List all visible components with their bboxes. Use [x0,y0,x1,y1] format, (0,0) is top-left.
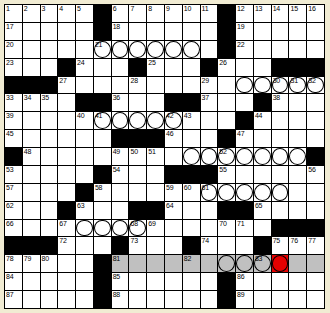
clue-number: 60 [184,184,191,192]
white-square[interactable] [272,112,289,129]
white-square[interactable]: 23 [5,59,22,76]
white-square[interactable]: 2 [23,5,40,22]
white-square[interactable] [289,166,306,183]
white-square[interactable] [129,166,146,183]
white-square[interactable] [272,130,289,147]
circled-square[interactable]: 32 [307,77,324,94]
white-square[interactable] [129,291,146,308]
circled-square[interactable] [236,77,253,94]
white-square[interactable] [94,59,111,76]
circle-marker [147,41,164,58]
white-square[interactable]: 44 [254,112,271,129]
white-square[interactable] [23,220,40,237]
white-square[interactable] [183,273,200,290]
white-square[interactable]: 48 [23,148,40,165]
white-square[interactable]: 26 [218,59,235,76]
white-square[interactable]: 59 [165,184,182,201]
white-square[interactable] [165,23,182,40]
clue-number: 18 [113,23,120,31]
black-square [147,130,164,147]
circled-square[interactable]: 68 [129,220,146,237]
white-square[interactable] [41,59,58,76]
white-square[interactable] [41,23,58,40]
circled-square[interactable] [112,220,129,237]
white-square[interactable] [58,23,75,40]
highlighted-square[interactable] [201,255,218,272]
clue-number: 64 [166,202,173,210]
white-square[interactable] [76,41,93,58]
white-square[interactable] [307,94,324,111]
white-square[interactable] [41,291,58,308]
white-square[interactable]: 19 [236,23,253,40]
white-square[interactable] [183,130,200,147]
highlighted-square[interactable]: 82 [183,255,200,272]
black-square [254,237,271,254]
clue-number: 27 [59,77,66,85]
white-square[interactable] [58,166,75,183]
white-square[interactable]: 56 [307,166,324,183]
white-square[interactable] [58,148,75,165]
circled-square[interactable]: 52 [218,148,235,165]
clue-number: 84 [6,273,13,281]
white-square[interactable] [58,41,75,58]
circled-square[interactable] [183,148,200,165]
highlighted-circled-square[interactable] [236,255,253,272]
white-square[interactable]: 27 [58,77,75,94]
black-square [58,202,75,219]
white-square[interactable] [307,23,324,40]
clue-number: 66 [6,220,13,228]
white-square[interactable]: 50 [129,148,146,165]
white-square[interactable] [76,237,93,254]
clue-number: 22 [237,41,244,49]
white-square[interactable] [218,77,235,94]
white-square[interactable] [41,220,58,237]
white-square[interactable] [236,59,253,76]
white-square[interactable] [236,94,253,111]
black-square [289,59,306,76]
highlighted-circled-square[interactable]: 83 [254,255,271,272]
circled-square[interactable] [289,148,306,165]
clue-number: 80 [42,255,49,263]
white-square[interactable]: 25 [147,59,164,76]
circled-square[interactable] [254,184,271,201]
white-square[interactable]: 38 [272,94,289,111]
white-square[interactable]: 15 [289,5,306,22]
white-square[interactable] [218,94,235,111]
white-square[interactable]: 47 [236,130,253,147]
white-square[interactable]: 84 [5,273,22,290]
white-square[interactable]: 72 [58,237,75,254]
highlighted-circled-square[interactable] [218,255,235,272]
white-square[interactable] [23,273,40,290]
white-square[interactable]: 46 [165,130,182,147]
white-square[interactable] [272,273,289,290]
white-square[interactable]: 33 [5,94,22,111]
white-square[interactable] [41,130,58,147]
white-square[interactable]: 5 [76,5,93,22]
highlighted-square[interactable] [165,255,182,272]
white-square[interactable] [254,23,271,40]
white-square[interactable]: 51 [147,148,164,165]
white-square[interactable]: 63 [76,202,93,219]
white-square[interactable] [254,273,271,290]
white-square[interactable] [76,291,93,308]
white-square[interactable]: 4 [58,5,75,22]
circle-marker [218,255,235,272]
white-square[interactable] [94,77,111,94]
white-square[interactable] [165,273,182,290]
black-square [307,59,324,76]
circle-marker [289,148,306,165]
white-square[interactable] [165,220,182,237]
circled-square[interactable]: 42 [165,112,182,129]
white-square[interactable] [23,184,40,201]
white-square[interactable] [289,94,306,111]
white-square[interactable] [23,23,40,40]
white-square[interactable]: 3 [41,5,58,22]
white-square[interactable]: 20 [5,41,22,58]
white-square[interactable] [165,291,182,308]
white-square[interactable] [254,291,271,308]
white-square[interactable] [254,166,271,183]
white-square[interactable] [41,166,58,183]
clue-number: 42 [166,112,173,120]
white-square[interactable]: 39 [5,112,22,129]
white-square[interactable] [23,112,40,129]
white-square[interactable] [201,41,218,58]
white-square[interactable]: 7 [129,5,146,22]
white-square[interactable] [236,166,253,183]
white-square[interactable] [289,112,306,129]
white-square[interactable]: 66 [5,220,22,237]
white-square[interactable]: 77 [307,237,324,254]
white-square[interactable] [58,130,75,147]
highlighted-square[interactable] [307,255,324,272]
white-square[interactable]: 45 [5,130,22,147]
white-square[interactable] [165,237,182,254]
white-square[interactable] [272,202,289,219]
white-square[interactable] [218,112,235,129]
white-square[interactable] [76,273,93,290]
white-square[interactable]: 70 [218,220,235,237]
white-square[interactable] [272,291,289,308]
circled-square[interactable] [76,220,93,237]
white-square[interactable] [183,77,200,94]
white-square[interactable] [41,148,58,165]
circled-square[interactable]: 30 [272,77,289,94]
black-square [58,59,75,76]
white-square[interactable] [147,23,164,40]
white-square[interactable]: 28 [129,77,146,94]
white-square[interactable] [58,112,75,129]
white-square[interactable]: 24 [76,59,93,76]
white-square[interactable]: 67 [58,220,75,237]
white-square[interactable]: 55 [218,166,235,183]
circled-square[interactable] [112,112,129,129]
circled-square[interactable] [129,112,146,129]
white-square[interactable]: 40 [76,112,93,129]
white-square[interactable]: 1 [5,5,22,22]
circled-square[interactable] [201,148,218,165]
circled-square[interactable] [236,184,253,201]
white-square[interactable] [254,130,271,147]
white-square[interactable]: 69 [147,220,164,237]
white-square[interactable] [183,220,200,237]
white-square[interactable]: 73 [129,237,146,254]
clue-number: 7 [130,5,134,13]
white-square[interactable]: 79 [23,255,40,272]
white-square[interactable] [129,184,146,201]
white-square[interactable] [289,291,306,308]
white-square[interactable] [23,166,40,183]
white-square[interactable] [23,130,40,147]
white-square[interactable] [23,41,40,58]
white-square[interactable] [147,77,164,94]
white-square[interactable]: 85 [112,273,129,290]
white-square[interactable]: 49 [112,148,129,165]
black-square [183,94,200,111]
white-square[interactable]: 43 [183,112,200,129]
white-square[interactable] [147,273,164,290]
circled-square[interactable]: 41 [94,112,111,129]
white-square[interactable] [254,41,271,58]
white-square[interactable] [289,130,306,147]
circled-square[interactable]: 31 [289,77,306,94]
white-square[interactable]: 13 [254,5,271,22]
white-square[interactable] [129,94,146,111]
white-square[interactable]: 75 [272,237,289,254]
white-square[interactable] [289,273,306,290]
white-square[interactable] [41,41,58,58]
white-square[interactable]: 16 [307,5,324,22]
white-square[interactable] [147,184,164,201]
white-square[interactable] [307,273,324,290]
white-square[interactable] [58,184,75,201]
white-square[interactable] [147,237,164,254]
white-square[interactable] [289,202,306,219]
highlighted-square[interactable]: 81 [112,255,129,272]
white-square[interactable]: 37 [201,94,218,111]
white-square[interactable] [23,59,40,76]
white-square[interactable]: 11 [201,5,218,22]
white-square[interactable]: 89 [236,291,253,308]
white-square[interactable] [289,41,306,58]
clue-number: 40 [77,112,84,120]
circled-square[interactable] [94,220,111,237]
black-square [236,112,253,129]
white-square[interactable] [23,202,40,219]
circled-square[interactable] [254,148,271,165]
black-square [112,237,129,254]
white-square[interactable] [307,291,324,308]
white-square[interactable] [76,166,93,183]
highlighted-square[interactable] [289,255,306,272]
clue-number: 79 [24,255,31,263]
white-square[interactable] [76,255,93,272]
clue-number: 50 [130,148,137,156]
white-square[interactable] [165,148,182,165]
white-square[interactable]: 60 [183,184,200,201]
white-square[interactable] [307,202,324,219]
white-square[interactable] [201,23,218,40]
circle-marker [272,148,289,165]
white-square[interactable] [272,166,289,183]
white-square[interactable] [112,202,129,219]
circled-square[interactable] [129,41,146,58]
white-square[interactable]: 65 [254,202,271,219]
white-square[interactable] [76,77,93,94]
white-square[interactable] [23,291,40,308]
white-square[interactable]: 10 [183,5,200,22]
white-square[interactable] [272,23,289,40]
black-square [183,166,200,183]
white-square[interactable]: 6 [112,5,129,22]
white-square[interactable] [236,237,253,254]
clue-number: 56 [308,166,315,174]
white-square[interactable]: 80 [41,255,58,272]
white-square[interactable]: 14 [272,5,289,22]
white-square[interactable]: 58 [94,184,111,201]
white-square[interactable] [289,23,306,40]
white-square[interactable] [76,148,93,165]
white-square[interactable]: 86 [236,273,253,290]
white-square[interactable]: 76 [289,237,306,254]
clue-number: 62 [6,202,13,210]
white-square[interactable] [112,184,129,201]
white-square[interactable]: 62 [5,202,22,219]
circle-marker [112,112,129,129]
white-square[interactable] [129,23,146,40]
circled-square[interactable] [165,41,182,58]
white-square[interactable] [289,184,306,201]
white-square[interactable]: 53 [5,166,22,183]
white-square[interactable] [201,220,218,237]
circled-square[interactable] [218,184,235,201]
clue-number: 61 [202,184,209,192]
white-square[interactable] [41,112,58,129]
white-square[interactable] [58,94,75,111]
circled-square[interactable] [147,112,164,129]
white-square[interactable] [254,59,271,76]
circled-square[interactable] [147,41,164,58]
white-square[interactable] [307,41,324,58]
white-square[interactable] [183,291,200,308]
white-square[interactable] [112,59,129,76]
white-square[interactable]: 54 [112,166,129,183]
white-square[interactable] [307,184,324,201]
white-square[interactable]: 35 [41,94,58,111]
circled-square[interactable] [254,77,271,94]
white-square[interactable] [76,130,93,147]
white-square[interactable] [201,202,218,219]
clue-number: 74 [202,237,209,245]
clue-number: 70 [219,220,226,228]
white-square[interactable] [58,291,75,308]
white-square[interactable] [41,202,58,219]
white-square[interactable] [76,23,93,40]
clue-number: 10 [184,5,191,13]
white-square[interactable]: 36 [112,94,129,111]
white-square[interactable] [218,237,235,254]
white-square[interactable]: 22 [236,41,253,58]
white-square[interactable] [94,130,111,147]
clue-number: 23 [6,59,13,67]
white-square[interactable]: 18 [112,23,129,40]
white-square[interactable] [147,94,164,111]
white-square[interactable]: 17 [5,23,22,40]
white-square[interactable]: 12 [236,5,253,22]
white-square[interactable] [165,77,182,94]
highlighted-square[interactable] [129,255,146,272]
circled-square[interactable] [183,41,200,58]
white-square[interactable]: 78 [5,255,22,272]
circled-square[interactable] [272,184,289,201]
white-square[interactable] [58,273,75,290]
white-square[interactable] [254,220,271,237]
white-square[interactable]: 57 [5,184,22,201]
white-square[interactable]: 71 [236,220,253,237]
white-square[interactable] [307,130,324,147]
clue-number: 1 [6,5,10,13]
clue-number: 5 [77,5,81,13]
circled-square[interactable] [272,148,289,165]
white-square[interactable] [147,166,164,183]
highlighted-square[interactable] [147,255,164,272]
circled-square[interactable] [112,41,129,58]
white-square[interactable] [129,273,146,290]
white-square[interactable] [94,237,111,254]
white-square[interactable] [58,255,75,272]
circled-square[interactable]: 21 [94,41,111,58]
clue-number: 77 [308,237,315,245]
white-square[interactable] [165,59,182,76]
white-square[interactable]: 29 [201,77,218,94]
black-square [236,202,253,219]
white-square[interactable] [201,291,218,308]
white-square[interactable]: 9 [165,5,182,22]
white-square[interactable] [201,130,218,147]
white-square[interactable] [183,23,200,40]
active-cell[interactable] [272,255,289,272]
white-square[interactable] [183,59,200,76]
white-square[interactable] [41,184,58,201]
white-square[interactable] [183,202,200,219]
circled-square[interactable] [236,148,253,165]
white-square[interactable] [201,273,218,290]
black-square [201,59,218,76]
white-square[interactable]: 34 [23,94,40,111]
black-square [218,41,235,58]
white-square[interactable] [112,77,129,94]
white-square[interactable]: 74 [201,237,218,254]
white-square[interactable] [201,112,218,129]
white-square[interactable] [41,273,58,290]
white-square[interactable] [307,112,324,129]
circled-square[interactable]: 61 [201,184,218,201]
white-square[interactable] [94,148,111,165]
circle-marker [94,220,111,237]
white-square[interactable] [147,291,164,308]
white-square[interactable] [272,41,289,58]
white-square[interactable]: 88 [112,291,129,308]
white-square[interactable]: 64 [165,202,182,219]
white-square[interactable]: 87 [5,291,22,308]
white-square[interactable]: 8 [147,5,164,22]
black-square [147,202,164,219]
black-square [218,291,235,308]
white-square[interactable] [94,202,111,219]
